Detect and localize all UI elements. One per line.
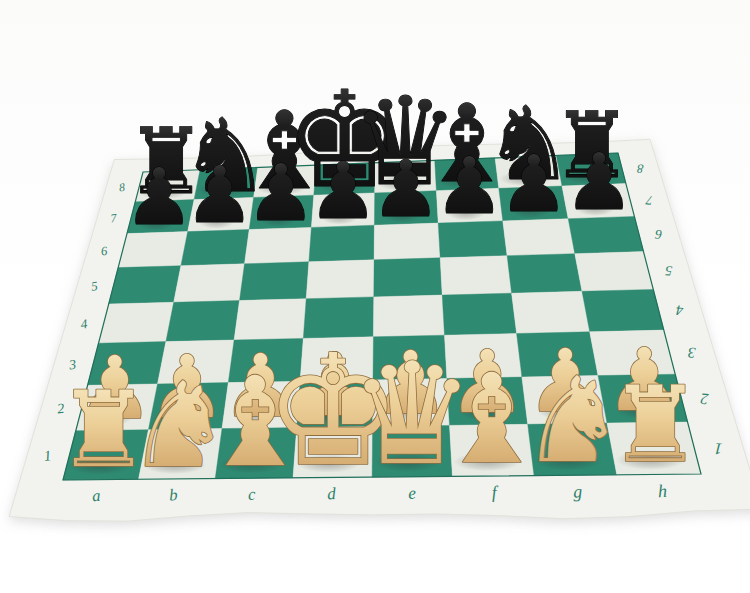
square-c5[interactable]	[240, 262, 309, 301]
square-h4[interactable]	[582, 289, 664, 331]
piece-black-pawn-e7[interactable]: ♟	[371, 144, 441, 234]
piece-black-pawn-f7[interactable]: ♟	[435, 141, 505, 231]
piece-black-pawn-b7[interactable]: ♟	[185, 150, 255, 240]
piece-white-rook-h1[interactable]: ♜	[609, 364, 703, 486]
square-g4[interactable]	[512, 291, 590, 333]
piece-black-pawn-d7[interactable]: ♟	[308, 146, 378, 236]
rank-label-right-8: 8	[636, 161, 644, 175]
rank-label-right-7: 7	[645, 193, 653, 208]
square-b5[interactable]	[174, 264, 245, 303]
square-e5[interactable]	[374, 258, 442, 297]
square-h5[interactable]	[575, 252, 654, 292]
piece-black-pawn-a7[interactable]: ♟	[124, 152, 194, 242]
rank-label-right-4: 4	[675, 302, 684, 319]
square-a5[interactable]	[109, 266, 181, 304]
rank-label-right-3: 3	[687, 344, 697, 361]
square-f5[interactable]	[440, 256, 511, 295]
piece-black-pawn-g7[interactable]: ♟	[499, 139, 569, 229]
chess-set-photo: abcdefgh8877665544332211♜♞♝♚♛♝♞♜♟♟♟♟♟♟♟♟…	[0, 0, 750, 593]
rank-label-right-1: 1	[713, 439, 723, 459]
piece-black-pawn-c7[interactable]: ♟	[246, 148, 316, 238]
chessboard: abcdefgh8877665544332211♜♞♝♚♛♝♞♜♟♟♟♟♟♟♟♟…	[0, 0, 750, 593]
rank-label-right-5: 5	[664, 263, 673, 278]
square-g5[interactable]	[507, 254, 582, 294]
piece-black-pawn-h7[interactable]: ♟	[564, 137, 634, 227]
square-d5[interactable]	[306, 260, 374, 299]
square-f4[interactable]	[442, 293, 516, 335]
rank-label-right-6: 6	[654, 227, 662, 242]
